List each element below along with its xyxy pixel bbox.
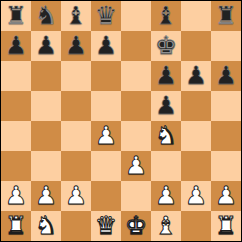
piece-white-pawn[interactable]: ♟ <box>185 181 207 211</box>
square-d2[interactable] <box>91 181 121 211</box>
square-b8[interactable]: ♞ <box>31 1 61 31</box>
square-d5[interactable] <box>91 91 121 121</box>
square-f5[interactable]: ♟ <box>151 91 181 121</box>
piece-white-knight[interactable]: ♞ <box>35 211 57 241</box>
piece-black-pawn[interactable]: ♟ <box>5 31 27 61</box>
square-g8[interactable] <box>181 1 211 31</box>
piece-white-bishop[interactable]: ♝ <box>155 211 177 241</box>
piece-black-bishop[interactable]: ♝ <box>155 1 177 31</box>
square-d6[interactable] <box>91 61 121 91</box>
square-b6[interactable] <box>31 61 61 91</box>
piece-white-king[interactable]: ♚ <box>125 211 147 241</box>
square-a7[interactable]: ♟ <box>1 31 31 61</box>
square-c6[interactable] <box>61 61 91 91</box>
piece-black-pawn[interactable]: ♟ <box>35 31 57 61</box>
piece-white-pawn[interactable]: ♟ <box>35 181 57 211</box>
square-c4[interactable] <box>61 121 91 151</box>
piece-black-pawn[interactable]: ♟ <box>215 61 237 91</box>
square-e8[interactable] <box>121 1 151 31</box>
square-b3[interactable] <box>31 151 61 181</box>
square-e5[interactable] <box>121 91 151 121</box>
chess-board-window: ♜♞♝♛♝♜♟♟♟♟♚♟♟♟♟♟♞♟♟♟♟♟♟♟♜♞♛♚♝♜ <box>0 0 242 242</box>
piece-white-rook[interactable]: ♜ <box>215 211 237 241</box>
square-e4[interactable] <box>121 121 151 151</box>
square-g2[interactable]: ♟ <box>181 181 211 211</box>
piece-white-pawn[interactable]: ♟ <box>125 151 147 181</box>
piece-white-pawn[interactable]: ♟ <box>155 181 177 211</box>
piece-white-pawn[interactable]: ♟ <box>95 121 117 151</box>
square-a5[interactable] <box>1 91 31 121</box>
square-e1[interactable]: ♚ <box>121 211 151 241</box>
piece-white-pawn[interactable]: ♟ <box>215 181 237 211</box>
square-c8[interactable]: ♝ <box>61 1 91 31</box>
square-a2[interactable]: ♟ <box>1 181 31 211</box>
piece-black-pawn[interactable]: ♟ <box>65 31 87 61</box>
square-h7[interactable] <box>211 31 241 61</box>
square-g5[interactable] <box>181 91 211 121</box>
piece-white-pawn[interactable]: ♟ <box>65 181 87 211</box>
square-g1[interactable] <box>181 211 211 241</box>
piece-black-bishop[interactable]: ♝ <box>65 1 87 31</box>
square-e3[interactable]: ♟ <box>121 151 151 181</box>
square-d3[interactable] <box>91 151 121 181</box>
square-f4[interactable]: ♞ <box>151 121 181 151</box>
square-f2[interactable]: ♟ <box>151 181 181 211</box>
square-g6[interactable]: ♟ <box>181 61 211 91</box>
square-c2[interactable]: ♟ <box>61 181 91 211</box>
square-h4[interactable] <box>211 121 241 151</box>
square-h3[interactable] <box>211 151 241 181</box>
square-g4[interactable] <box>181 121 211 151</box>
piece-white-pawn[interactable]: ♟ <box>5 181 27 211</box>
square-g3[interactable] <box>181 151 211 181</box>
piece-white-knight[interactable]: ♞ <box>155 121 177 151</box>
square-f8[interactable]: ♝ <box>151 1 181 31</box>
square-d1[interactable]: ♛ <box>91 211 121 241</box>
piece-black-king[interactable]: ♚ <box>155 31 177 61</box>
piece-white-queen[interactable]: ♛ <box>95 211 117 241</box>
square-a3[interactable] <box>1 151 31 181</box>
square-a8[interactable]: ♜ <box>1 1 31 31</box>
square-e2[interactable] <box>121 181 151 211</box>
square-b2[interactable]: ♟ <box>31 181 61 211</box>
square-d7[interactable]: ♟ <box>91 31 121 61</box>
square-a6[interactable] <box>1 61 31 91</box>
piece-black-rook[interactable]: ♜ <box>215 1 237 31</box>
square-h1[interactable]: ♜ <box>211 211 241 241</box>
square-h2[interactable]: ♟ <box>211 181 241 211</box>
piece-black-pawn[interactable]: ♟ <box>185 61 207 91</box>
square-h5[interactable] <box>211 91 241 121</box>
square-b7[interactable]: ♟ <box>31 31 61 61</box>
square-f7[interactable]: ♚ <box>151 31 181 61</box>
piece-black-pawn[interactable]: ♟ <box>155 91 177 121</box>
square-a4[interactable] <box>1 121 31 151</box>
square-h8[interactable]: ♜ <box>211 1 241 31</box>
piece-black-queen[interactable]: ♛ <box>95 1 117 31</box>
square-c1[interactable] <box>61 211 91 241</box>
square-c3[interactable] <box>61 151 91 181</box>
square-b4[interactable] <box>31 121 61 151</box>
square-c5[interactable] <box>61 91 91 121</box>
square-d4[interactable]: ♟ <box>91 121 121 151</box>
square-f3[interactable] <box>151 151 181 181</box>
square-a1[interactable]: ♜ <box>1 211 31 241</box>
square-h6[interactable]: ♟ <box>211 61 241 91</box>
square-c7[interactable]: ♟ <box>61 31 91 61</box>
square-f6[interactable]: ♟ <box>151 61 181 91</box>
square-b5[interactable] <box>31 91 61 121</box>
chess-board: ♜♞♝♛♝♜♟♟♟♟♚♟♟♟♟♟♞♟♟♟♟♟♟♟♜♞♛♚♝♜ <box>0 0 242 242</box>
square-e7[interactable] <box>121 31 151 61</box>
square-b1[interactable]: ♞ <box>31 211 61 241</box>
square-f1[interactable]: ♝ <box>151 211 181 241</box>
piece-black-knight[interactable]: ♞ <box>35 1 57 31</box>
piece-white-rook[interactable]: ♜ <box>5 211 27 241</box>
square-d8[interactable]: ♛ <box>91 1 121 31</box>
square-e6[interactable] <box>121 61 151 91</box>
piece-black-pawn[interactable]: ♟ <box>95 31 117 61</box>
piece-black-pawn[interactable]: ♟ <box>155 61 177 91</box>
square-g7[interactable] <box>181 31 211 61</box>
piece-black-rook[interactable]: ♜ <box>5 1 27 31</box>
